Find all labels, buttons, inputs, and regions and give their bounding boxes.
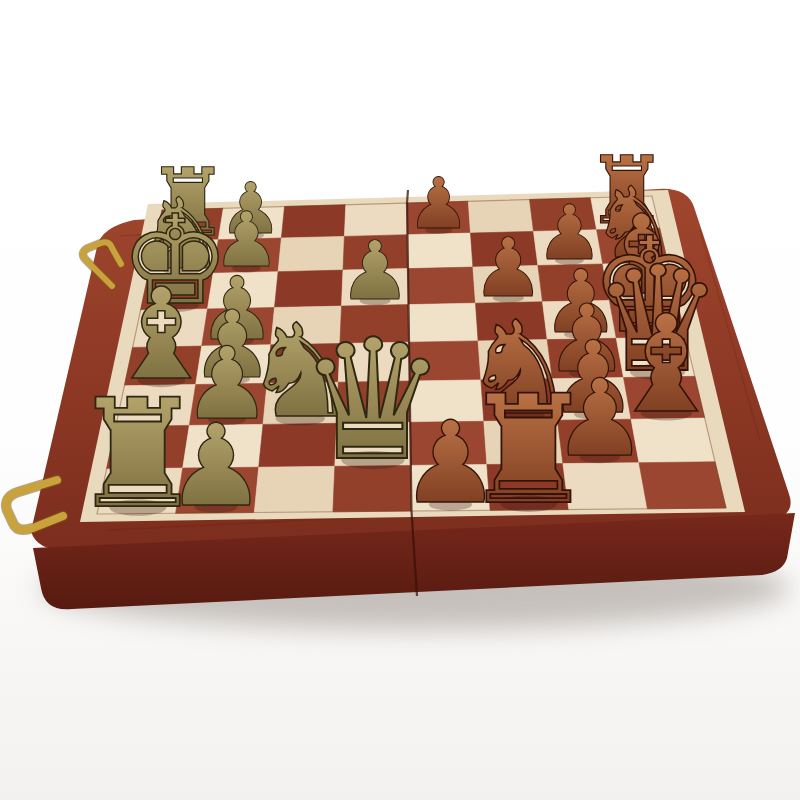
piece-glyph: ♟: [407, 162, 470, 245]
pieces-layer: ♜♟♟♜♞♟♟♞♚♟♟♝♟♟♚♝♟♟♛♟♞♞♟♝♛♟♜♟♟♜: [71, 136, 727, 540]
piece-glyph: ♟: [165, 400, 267, 532]
square-h8[interactable]: [639, 462, 726, 509]
piece-glyph: ♜: [461, 363, 596, 537]
chess-board-photo: ♜♟♟♜♞♟♟♞♚♟♟♝♟♟♚♝♟♟♛♟♞♞♟♝♛♟♜♟♟♜: [0, 0, 800, 800]
piece-white-pawn-h2[interactable]: ♟: [165, 400, 267, 532]
square-b3[interactable]: [278, 236, 344, 271]
piece-black-rook-h6[interactable]: ♜: [461, 363, 596, 537]
product-photo-stage: ♜♟♟♜♞♟♟♞♚♟♟♝♟♟♚♝♟♟♛♟♞♞♟♝♛♟♜♟♟♜: [0, 0, 800, 800]
piece-black-pawn-a5[interactable]: ♟: [407, 162, 470, 245]
square-a3[interactable]: [281, 205, 345, 238]
